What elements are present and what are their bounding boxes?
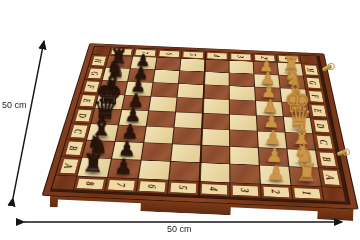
coordinate-label: 2 <box>263 186 289 197</box>
coordinate-label: 6 <box>159 50 179 56</box>
square-d6 <box>147 111 175 127</box>
square-g5 <box>179 71 204 85</box>
right-file-label-B: B <box>316 150 339 168</box>
square-a8: ♜ <box>78 158 111 177</box>
coordinate-label: E <box>311 105 326 116</box>
board-corner <box>322 187 345 201</box>
chessboard: 87654321H♜♟♟♜HG♞♟♟♞GF♝♟♟♝FE♚♟♟♚ED♛♟♟♛DC♝… <box>42 43 359 209</box>
front-rank-label-5: 5 <box>168 180 199 195</box>
square-c5 <box>173 128 201 145</box>
square-f6 <box>151 83 178 97</box>
square-b5 <box>171 144 200 162</box>
front-rank-label-8: 8 <box>74 176 107 190</box>
board-grid: 87654321H♜♟♟♜HG♞♟♟♞GF♝♟♟♝FE♚♟♟♚ED♛♟♟♛DC♝… <box>50 46 351 205</box>
square-a7: ♟ <box>108 159 140 178</box>
square-g4 <box>204 72 228 86</box>
coordinate-label: 6 <box>139 181 165 192</box>
coordinate-label: D <box>314 120 329 132</box>
square-c3 <box>230 130 258 147</box>
square-d3 <box>230 115 257 131</box>
coordinate-label: 4 <box>202 184 227 195</box>
square-d4 <box>202 113 229 129</box>
left-dimension-label: 50 cm <box>2 100 27 110</box>
coordinate-label: A <box>322 170 339 185</box>
square-e3 <box>230 100 256 115</box>
square-a6 <box>139 160 170 179</box>
piece-light-pawn-a2: ♟ <box>267 163 286 184</box>
square-f4 <box>204 85 229 99</box>
coordinate-label: C <box>70 125 87 138</box>
coordinate-label: 3 <box>233 185 259 196</box>
square-h4 <box>205 60 229 73</box>
coordinate-label: H <box>304 65 317 75</box>
square-h3 <box>230 61 254 74</box>
front-rank-label-3: 3 <box>230 183 260 198</box>
square-g6 <box>153 70 179 84</box>
piece-light-rook-a1: ♜ <box>295 160 318 186</box>
board-corner <box>52 176 76 190</box>
coordinate-label: 3 <box>231 54 251 61</box>
coordinate-label: 8 <box>77 178 104 189</box>
coordinate-label: 4 <box>207 53 227 60</box>
square-g3 <box>230 73 255 87</box>
square-d5 <box>175 112 202 128</box>
square-c6 <box>144 127 173 144</box>
coordinate-label: B <box>319 152 335 166</box>
coordinate-label: C <box>316 136 332 149</box>
front-rank-label-7: 7 <box>105 178 137 192</box>
coordinate-label: D <box>75 110 91 122</box>
square-b6 <box>142 143 172 161</box>
square-a3 <box>230 164 260 183</box>
board-corner <box>92 47 110 55</box>
coordinate-label: B <box>65 142 83 155</box>
front-rank-label-1: 1 <box>292 186 324 201</box>
coordinate-label: H <box>91 56 105 66</box>
front-rank-label-4: 4 <box>199 182 229 197</box>
square-a2: ♟ <box>260 166 291 185</box>
piece-dark-pawn-a7: ♟ <box>114 156 133 177</box>
square-h5 <box>180 59 204 72</box>
square-a4 <box>200 163 229 182</box>
square-e4 <box>203 99 229 114</box>
product-photo: 87654321H♜♟♟♜HG♞♟♟♞GF♝♟♟♝FE♚♟♟♚ED♛♟♟♛DC♝… <box>0 0 360 240</box>
right-file-label-H: H <box>302 64 320 77</box>
right-file-label-C: C <box>313 134 335 151</box>
square-b4 <box>201 145 229 163</box>
coordinate-label: A <box>60 159 78 173</box>
right-file-label-A: A <box>319 168 342 187</box>
square-h6 <box>155 58 180 71</box>
height-arrow <box>13 41 44 198</box>
square-a1: ♜ <box>289 167 320 186</box>
square-f3 <box>230 86 255 100</box>
coordinate-label: 1 <box>294 188 321 199</box>
square-a5 <box>169 162 199 181</box>
front-rank-label-6: 6 <box>137 179 168 193</box>
bottom-dimension-label: 50 cm <box>167 224 192 234</box>
square-b3 <box>230 147 259 165</box>
square-e6 <box>149 97 176 112</box>
coordinate-label: 5 <box>170 182 196 193</box>
piece-dark-rook-a8: ♜ <box>81 150 104 176</box>
coordinate-label: 5 <box>183 51 203 58</box>
front-rank-label-2: 2 <box>261 184 292 199</box>
square-f5 <box>178 84 204 98</box>
coordinate-label: 7 <box>108 180 135 191</box>
square-c4 <box>202 129 230 146</box>
board-corner <box>300 55 317 64</box>
square-e5 <box>176 98 203 113</box>
